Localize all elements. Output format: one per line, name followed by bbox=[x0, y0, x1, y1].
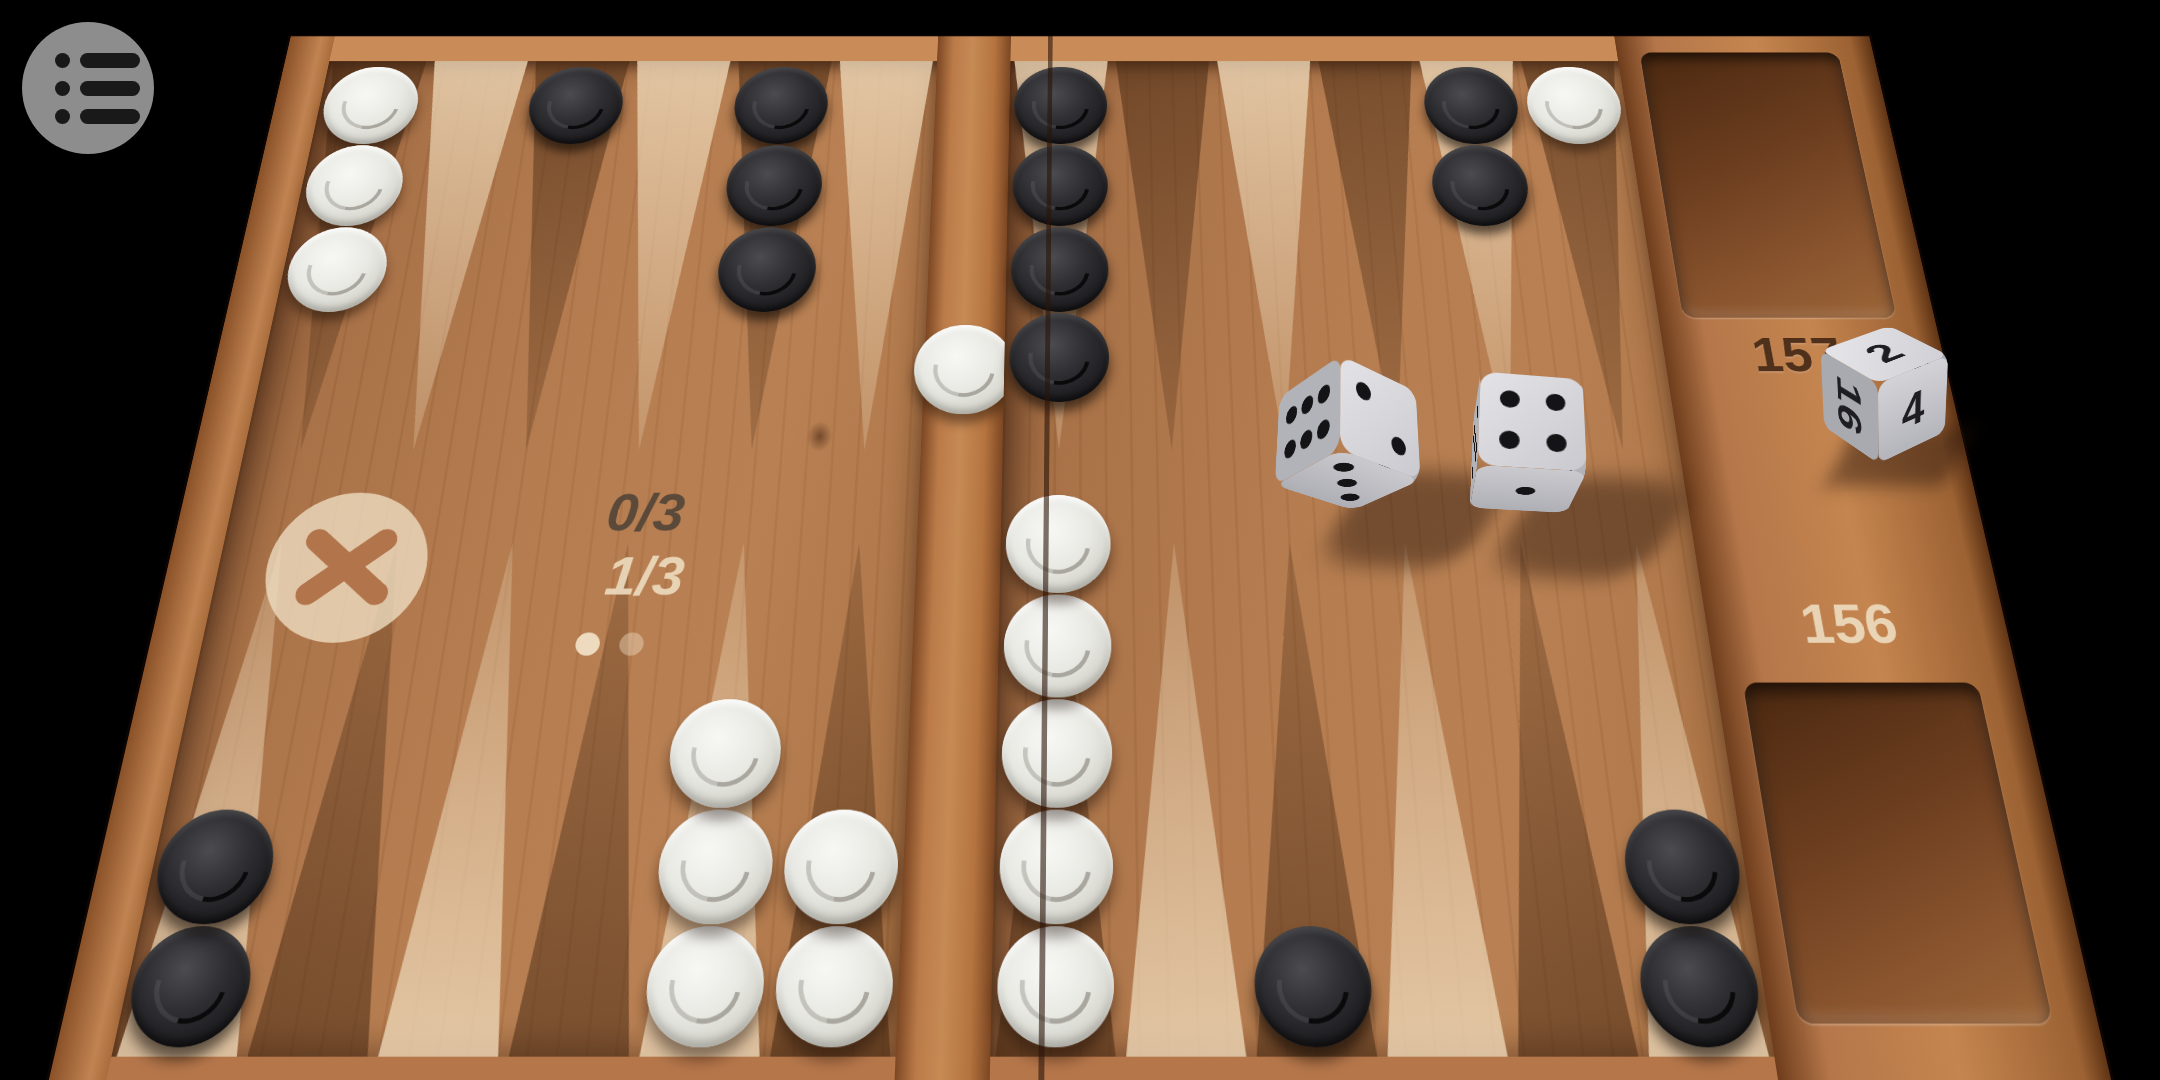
checker-white[interactable] bbox=[997, 926, 1115, 1047]
checker-black[interactable] bbox=[1633, 926, 1767, 1047]
point-5[interactable] bbox=[1116, 529, 1252, 1057]
pip-count-white: 156 bbox=[1702, 593, 1999, 656]
die-pip bbox=[1337, 492, 1363, 502]
checker-white[interactable] bbox=[1003, 595, 1112, 698]
game-dots bbox=[574, 633, 645, 656]
point-6[interactable] bbox=[990, 529, 1121, 1057]
checker-black[interactable] bbox=[1618, 810, 1748, 925]
point-20[interactable] bbox=[1112, 61, 1229, 463]
checker-stack bbox=[1112, 61, 1229, 463]
checker-white[interactable] bbox=[665, 699, 785, 808]
checker-black[interactable] bbox=[723, 145, 825, 226]
checker-stack bbox=[1002, 61, 1115, 463]
bear-off-slot-black[interactable] bbox=[1640, 52, 1897, 317]
doubling-cube[interactable]: 2 4 16 16 bbox=[1804, 318, 1964, 478]
checker-white[interactable] bbox=[1005, 495, 1111, 593]
points-row-bottom-left bbox=[111, 529, 917, 1057]
die-pip bbox=[1391, 434, 1406, 458]
checker-white[interactable] bbox=[1522, 67, 1626, 144]
checker-black[interactable] bbox=[714, 227, 819, 312]
checker-white[interactable] bbox=[772, 926, 895, 1047]
checker-white[interactable] bbox=[654, 810, 777, 925]
checker-black[interactable] bbox=[1429, 145, 1533, 226]
list-menu-icon bbox=[55, 53, 154, 68]
match-score-top: 0/3 bbox=[560, 483, 731, 542]
checker-black[interactable] bbox=[120, 926, 261, 1047]
backgammon-board: 0/3 1/3 157 156 bbox=[40, 36, 2120, 1080]
die-2-top-face bbox=[1477, 372, 1586, 472]
checker-black[interactable] bbox=[1421, 67, 1523, 144]
checker-white[interactable] bbox=[641, 926, 768, 1047]
die-2[interactable] bbox=[1440, 360, 1610, 530]
die-pip bbox=[1318, 382, 1331, 407]
die-pip bbox=[1317, 416, 1330, 442]
die-2-front-face bbox=[1470, 465, 1587, 513]
checker-white[interactable] bbox=[316, 67, 425, 144]
die-pip bbox=[1286, 403, 1298, 427]
checker-black[interactable] bbox=[524, 67, 628, 144]
match-score-bottom: 1/3 bbox=[557, 546, 731, 607]
list-menu-icon bbox=[55, 109, 154, 124]
checker-stack bbox=[1116, 529, 1252, 1057]
checker-black[interactable] bbox=[1012, 145, 1108, 226]
points-row-bottom-right bbox=[990, 529, 1774, 1057]
checker-white[interactable] bbox=[1001, 699, 1113, 808]
die-pip bbox=[1300, 427, 1313, 452]
checker-black[interactable] bbox=[1014, 67, 1108, 144]
die-pip bbox=[1301, 393, 1313, 417]
checker-white[interactable] bbox=[280, 227, 395, 312]
checker-black[interactable] bbox=[1253, 926, 1376, 1047]
checker-white[interactable] bbox=[999, 810, 1114, 925]
die-pip bbox=[1546, 433, 1567, 452]
checker-black[interactable] bbox=[146, 810, 283, 925]
checker-black[interactable] bbox=[1009, 313, 1110, 402]
checker-white[interactable] bbox=[780, 810, 900, 925]
point-19[interactable] bbox=[1002, 61, 1115, 463]
die-pip bbox=[1514, 486, 1536, 495]
die-pip bbox=[1546, 393, 1566, 411]
checker-stack bbox=[990, 529, 1121, 1057]
die-pip bbox=[1284, 437, 1296, 461]
points-row-top-left bbox=[241, 61, 937, 463]
bear-off-slot-white[interactable] bbox=[1743, 683, 2053, 1024]
game-dot-dim bbox=[618, 633, 645, 656]
die-pip bbox=[1333, 477, 1361, 488]
checker-black[interactable] bbox=[1010, 227, 1108, 312]
game-dot-bright bbox=[574, 633, 601, 656]
die-pip bbox=[1499, 430, 1520, 450]
die-1[interactable] bbox=[1262, 352, 1432, 522]
die-pip bbox=[1356, 379, 1371, 403]
board-left-half: 0/3 1/3 bbox=[98, 36, 938, 1080]
die-pip bbox=[1472, 459, 1474, 484]
list-menu-icon bbox=[55, 81, 154, 96]
die-pip bbox=[1329, 461, 1358, 474]
checker-black[interactable] bbox=[731, 67, 831, 144]
backgammon-app: 0/3 1/3 157 156 bbox=[0, 0, 2160, 1080]
bar-checker-white[interactable] bbox=[912, 325, 1015, 414]
checker-white[interactable] bbox=[298, 145, 410, 226]
die-pip bbox=[1500, 390, 1520, 409]
menu-button[interactable] bbox=[22, 22, 154, 154]
